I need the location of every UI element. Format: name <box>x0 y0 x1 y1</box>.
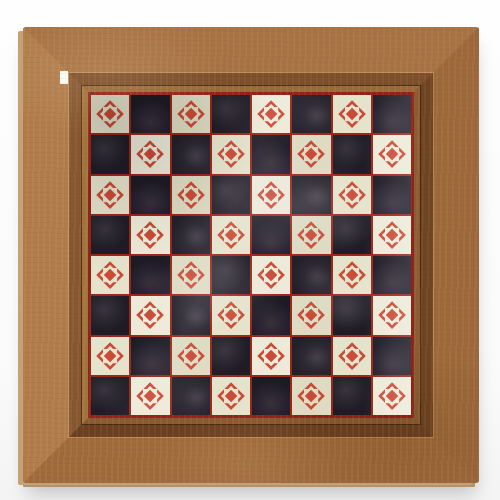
board-square[interactable] <box>333 176 371 214</box>
board-square[interactable] <box>172 176 210 214</box>
diamond-motif-icon <box>94 340 126 372</box>
board-square[interactable] <box>252 216 290 254</box>
diamond-motif-icon <box>94 259 126 291</box>
board-square[interactable] <box>333 337 371 375</box>
board-square[interactable] <box>91 216 129 254</box>
diamond-motif-icon <box>175 259 207 291</box>
board-square[interactable] <box>131 216 169 254</box>
board-grid <box>91 95 411 415</box>
board-square[interactable] <box>91 95 129 133</box>
board-square[interactable] <box>91 135 129 173</box>
board-square[interactable] <box>292 176 330 214</box>
diamond-motif-icon <box>255 259 287 291</box>
board-square[interactable] <box>131 176 169 214</box>
board-square[interactable] <box>212 176 250 214</box>
board-square[interactable] <box>252 176 290 214</box>
board-square[interactable] <box>172 135 210 173</box>
board-square[interactable] <box>292 135 330 173</box>
board-square[interactable] <box>91 296 129 334</box>
board-square[interactable] <box>292 256 330 294</box>
board-square[interactable] <box>373 176 411 214</box>
board-square[interactable] <box>91 176 129 214</box>
board-square[interactable] <box>252 95 290 133</box>
board-square[interactable] <box>212 135 250 173</box>
board-square[interactable] <box>172 337 210 375</box>
board-square[interactable] <box>131 95 169 133</box>
board-square[interactable] <box>172 256 210 294</box>
board-square[interactable] <box>131 296 169 334</box>
diamond-motif-icon <box>134 299 166 331</box>
diamond-motif-icon <box>94 179 126 211</box>
board-square[interactable] <box>91 256 129 294</box>
diamond-motif-icon <box>215 138 247 170</box>
diamond-motif-icon <box>295 138 327 170</box>
board-square[interactable] <box>292 216 330 254</box>
diamond-motif-icon <box>376 219 408 251</box>
board-square[interactable] <box>373 337 411 375</box>
diamond-motif-icon <box>255 179 287 211</box>
board-square[interactable] <box>131 135 169 173</box>
board-square[interactable] <box>212 296 250 334</box>
board-square[interactable] <box>292 377 330 415</box>
board-square[interactable] <box>172 377 210 415</box>
diamond-motif-icon <box>255 340 287 372</box>
photo-background <box>0 0 500 500</box>
board-square[interactable] <box>212 95 250 133</box>
diamond-motif-icon <box>336 259 368 291</box>
board-square[interactable] <box>172 216 210 254</box>
diamond-motif-icon <box>134 380 166 412</box>
board-square[interactable] <box>252 256 290 294</box>
diamond-motif-icon <box>295 380 327 412</box>
board-square[interactable] <box>292 337 330 375</box>
board-square[interactable] <box>333 377 371 415</box>
board-square[interactable] <box>333 216 371 254</box>
board-square[interactable] <box>252 337 290 375</box>
board-square[interactable] <box>91 337 129 375</box>
board-square[interactable] <box>333 135 371 173</box>
board-square[interactable] <box>212 256 250 294</box>
diamond-motif-icon <box>134 138 166 170</box>
board-square[interactable] <box>252 296 290 334</box>
board-square[interactable] <box>212 377 250 415</box>
diamond-motif-icon <box>255 98 287 130</box>
diamond-motif-icon <box>376 380 408 412</box>
board-square[interactable] <box>212 337 250 375</box>
board-square[interactable] <box>252 377 290 415</box>
board-square[interactable] <box>373 256 411 294</box>
frame-corner-notch <box>60 71 68 84</box>
diamond-motif-icon <box>336 340 368 372</box>
board-square[interactable] <box>292 95 330 133</box>
board-square[interactable] <box>172 296 210 334</box>
board-square[interactable] <box>373 95 411 133</box>
diamond-motif-icon <box>215 380 247 412</box>
board-square[interactable] <box>172 95 210 133</box>
diamond-motif-icon <box>134 219 166 251</box>
diamond-motif-icon <box>215 219 247 251</box>
board-square[interactable] <box>373 135 411 173</box>
diamond-motif-icon <box>295 219 327 251</box>
diamond-motif-icon <box>336 179 368 211</box>
diamond-motif-icon <box>215 299 247 331</box>
board-square[interactable] <box>131 337 169 375</box>
diamond-motif-icon <box>175 340 207 372</box>
board-square[interactable] <box>373 377 411 415</box>
diamond-motif-icon <box>94 98 126 130</box>
board-square[interactable] <box>91 377 129 415</box>
board-square[interactable] <box>333 296 371 334</box>
board-square[interactable] <box>252 135 290 173</box>
board-square[interactable] <box>333 95 371 133</box>
diamond-motif-icon <box>376 138 408 170</box>
board-square[interactable] <box>131 377 169 415</box>
diamond-motif-icon <box>175 179 207 211</box>
board-square[interactable] <box>373 216 411 254</box>
diamond-motif-icon <box>376 299 408 331</box>
diamond-motif-icon <box>295 299 327 331</box>
board-square[interactable] <box>333 256 371 294</box>
board-square[interactable] <box>292 296 330 334</box>
diamond-motif-icon <box>336 98 368 130</box>
board-square[interactable] <box>373 296 411 334</box>
board-square[interactable] <box>131 256 169 294</box>
diamond-motif-icon <box>175 98 207 130</box>
board-square[interactable] <box>212 216 250 254</box>
